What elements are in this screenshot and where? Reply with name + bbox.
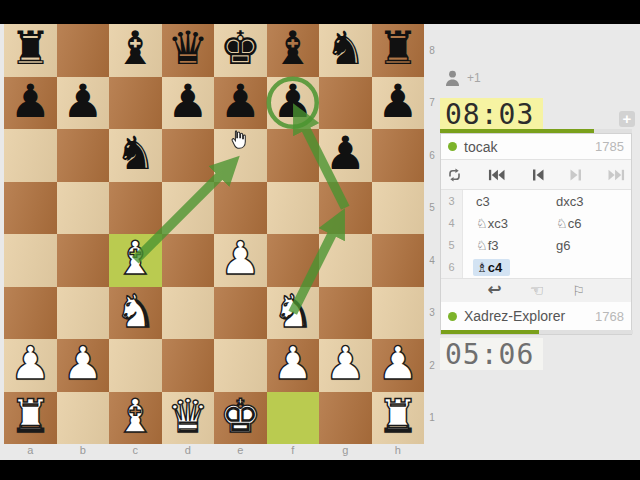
takeback-button[interactable]: ↩ (487, 281, 501, 298)
square-e3[interactable] (214, 287, 267, 340)
square-c7[interactable] (109, 77, 162, 130)
piece-white-bishop[interactable]: ♝ (115, 393, 156, 439)
move-list: 3c3dxc34♘xc3♘c65♘f3g66♗c4 (441, 190, 631, 278)
file-label-a: a (4, 444, 57, 460)
piece-black-knight[interactable]: ♞ (325, 25, 366, 71)
square-b4[interactable] (57, 234, 110, 287)
rank-labels: 87654321 (424, 24, 440, 444)
person-icon (445, 70, 460, 86)
piece-white-pawn[interactable]: ♟ (377, 340, 418, 386)
file-label-d: d (162, 444, 215, 460)
move-5-black[interactable]: g6 (543, 238, 623, 253)
chess-board[interactable]: ♜♝♛♚♝♞♜♟♟♟♟♟♟♞♟♝♟♞♞♟♟♟♟♟♜♝♛♚♜ (4, 24, 424, 444)
piece-black-pawn[interactable]: ♟ (272, 78, 313, 124)
rank-label-4: 4 (424, 234, 440, 287)
square-h1[interactable]: ♜ (372, 392, 425, 445)
square-b1[interactable] (57, 392, 110, 445)
square-b3[interactable] (57, 287, 110, 340)
clock-black: 08:03 (440, 98, 543, 130)
square-e7[interactable]: ♟ (214, 77, 267, 130)
spectators: +1 (445, 68, 481, 88)
online-dot (448, 142, 457, 151)
move-row-4: 4♘xc3♘c6 (441, 212, 631, 234)
piece-white-knight[interactable]: ♞ (272, 288, 313, 334)
rank-label-1: 1 (424, 392, 440, 445)
square-e2[interactable] (214, 339, 267, 392)
game-actions: ↩ ☜ ⚐ (441, 278, 631, 302)
square-h7[interactable]: ♟ (372, 77, 425, 130)
square-a8[interactable]: ♜ (4, 24, 57, 77)
move-number: 5 (441, 234, 463, 256)
move-5-white[interactable]: ♘f3 (463, 238, 543, 253)
file-label-h: h (372, 444, 425, 460)
first-move-icon[interactable] (488, 169, 505, 181)
piece-black-rook[interactable]: ♜ (10, 25, 51, 71)
square-h6[interactable] (372, 129, 425, 182)
square-d7[interactable]: ♟ (162, 77, 215, 130)
time-bar-white (441, 330, 633, 334)
square-f3[interactable]: ♞ (267, 287, 320, 340)
next-move-icon[interactable] (570, 169, 582, 181)
square-g7[interactable] (319, 77, 372, 130)
square-g1[interactable] (319, 392, 372, 445)
square-c2[interactable] (109, 339, 162, 392)
move-row-3: 3c3dxc3 (441, 190, 631, 212)
piece-white-pawn[interactable]: ♟ (220, 235, 261, 281)
square-g8[interactable]: ♞ (319, 24, 372, 77)
previous-move-icon[interactable] (532, 169, 544, 181)
square-a6[interactable] (4, 129, 57, 182)
square-g4[interactable] (319, 234, 372, 287)
square-h2[interactable]: ♟ (372, 339, 425, 392)
square-h5[interactable] (372, 182, 425, 235)
square-d8[interactable]: ♛ (162, 24, 215, 77)
piece-white-pawn[interactable]: ♟ (10, 340, 51, 386)
piece-black-pawn[interactable]: ♟ (62, 78, 103, 124)
player-name[interactable]: tocak (464, 139, 588, 155)
piece-white-pawn[interactable]: ♟ (325, 340, 366, 386)
piece-black-bishop[interactable]: ♝ (115, 25, 156, 71)
move-3-white[interactable]: c3 (463, 194, 543, 209)
rank-label-6: 6 (424, 129, 440, 182)
move-4-black[interactable]: ♘c6 (543, 216, 623, 231)
piece-black-pawn[interactable]: ♟ (10, 78, 51, 124)
square-a2[interactable]: ♟ (4, 339, 57, 392)
square-h4[interactable] (372, 234, 425, 287)
square-c3[interactable]: ♞ (109, 287, 162, 340)
player-rating: 1768 (595, 309, 624, 324)
game-sidebar: +1 08:03 + tocak 1785 (440, 24, 640, 460)
rank-label-7: 7 (424, 77, 440, 130)
square-e4[interactable]: ♟ (214, 234, 267, 287)
player-rating: 1785 (595, 139, 624, 154)
move-row-5: 5♘f3g6 (441, 234, 631, 256)
piece-black-pawn[interactable]: ♟ (377, 78, 418, 124)
move-3-black[interactable]: dxc3 (543, 194, 623, 209)
move-number: 6 (441, 256, 463, 278)
square-g5[interactable] (319, 182, 372, 235)
file-label-f: f (267, 444, 320, 460)
piece-white-pawn[interactable]: ♟ (272, 340, 313, 386)
square-g2[interactable]: ♟ (319, 339, 372, 392)
piece-white-bishop[interactable]: ♝ (115, 235, 156, 281)
square-a5[interactable] (4, 182, 57, 235)
file-label-e: e (214, 444, 267, 460)
square-d1[interactable]: ♛ (162, 392, 215, 445)
square-b6[interactable] (57, 129, 110, 182)
app-window: ♜♝♛♚♝♞♜♟♟♟♟♟♟♞♟♝♟♞♞♟♟♟♟♟♜♝♛♚♜ 87654321 a… (0, 24, 640, 460)
square-e6[interactable] (214, 129, 267, 182)
rank-label-3: 3 (424, 287, 440, 340)
file-label-b: b (57, 444, 110, 460)
rank-label-5: 5 (424, 182, 440, 235)
file-label-g: g (319, 444, 372, 460)
player-row-white: Xadrez-Explorer 1768 (441, 302, 631, 330)
square-f4[interactable] (267, 234, 320, 287)
piece-black-queen[interactable]: ♛ (167, 25, 208, 71)
move-6-white[interactable]: ♗c4 (463, 260, 543, 275)
square-e5[interactable] (214, 182, 267, 235)
square-f5[interactable] (267, 182, 320, 235)
square-e8[interactable]: ♚ (214, 24, 267, 77)
square-a1[interactable]: ♜ (4, 392, 57, 445)
online-dot (448, 312, 457, 321)
spectators-count: +1 (467, 71, 481, 85)
piece-white-pawn[interactable]: ♟ (62, 340, 103, 386)
square-c1[interactable]: ♝ (109, 392, 162, 445)
offer-draw-button[interactable]: ☜ (530, 283, 544, 299)
square-a7[interactable]: ♟ (4, 77, 57, 130)
add-time-button[interactable]: + (619, 111, 635, 127)
piece-black-pawn[interactable]: ♟ (325, 130, 366, 176)
player-row-black: tocak 1785 (441, 134, 631, 159)
flip-board-icon[interactable] (447, 167, 462, 183)
player-name[interactable]: Xadrez-Explorer (464, 308, 588, 324)
piece-white-king[interactable]: ♚ (220, 393, 261, 439)
square-d5[interactable] (162, 182, 215, 235)
resign-button[interactable]: ⚐ (572, 284, 585, 298)
current-move[interactable]: ♗c4 (473, 259, 510, 276)
square-d6[interactable] (162, 129, 215, 182)
piece-white-rook[interactable]: ♜ (10, 393, 51, 439)
last-move-icon[interactable] (608, 169, 625, 181)
piece-black-bishop[interactable]: ♝ (272, 25, 313, 71)
square-f2[interactable]: ♟ (267, 339, 320, 392)
square-c4[interactable]: ♝ (109, 234, 162, 287)
square-h8[interactable]: ♜ (372, 24, 425, 77)
piece-black-king[interactable]: ♚ (220, 25, 261, 71)
piece-black-pawn[interactable]: ♟ (220, 78, 261, 124)
move-row-6: 6♗c4 (441, 256, 631, 278)
replay-controls (441, 159, 631, 190)
square-a4[interactable] (4, 234, 57, 287)
piece-white-knight[interactable]: ♞ (115, 288, 156, 334)
move-4-white[interactable]: ♘xc3 (463, 216, 543, 231)
square-b5[interactable] (57, 182, 110, 235)
piece-black-rook[interactable]: ♜ (377, 25, 418, 71)
square-g3[interactable] (319, 287, 372, 340)
rank-label-2: 2 (424, 339, 440, 392)
file-label-c: c (109, 444, 162, 460)
square-d4[interactable] (162, 234, 215, 287)
square-h3[interactable] (372, 287, 425, 340)
square-b8[interactable] (57, 24, 110, 77)
game-panel: tocak 1785 (440, 133, 632, 335)
file-labels: abcdefgh (4, 444, 424, 460)
square-d2[interactable] (162, 339, 215, 392)
piece-white-rook[interactable]: ♜ (377, 393, 418, 439)
square-b7[interactable]: ♟ (57, 77, 110, 130)
piece-white-queen[interactable]: ♛ (167, 393, 208, 439)
square-f8[interactable]: ♝ (267, 24, 320, 77)
square-b2[interactable]: ♟ (57, 339, 110, 392)
square-e1[interactable]: ♚ (214, 392, 267, 445)
square-f7[interactable]: ♟ (267, 77, 320, 130)
clock-white: 05:06 (440, 338, 543, 370)
square-f1[interactable] (267, 392, 320, 445)
square-c6[interactable]: ♞ (109, 129, 162, 182)
square-a3[interactable] (4, 287, 57, 340)
square-d3[interactable] (162, 287, 215, 340)
square-c8[interactable]: ♝ (109, 24, 162, 77)
piece-black-pawn[interactable]: ♟ (167, 78, 208, 124)
piece-black-knight[interactable]: ♞ (115, 130, 156, 176)
move-number: 4 (441, 212, 463, 234)
square-c5[interactable] (109, 182, 162, 235)
square-g6[interactable]: ♟ (319, 129, 372, 182)
rank-label-8: 8 (424, 24, 440, 77)
square-f6[interactable] (267, 129, 320, 182)
move-number: 3 (441, 190, 463, 212)
